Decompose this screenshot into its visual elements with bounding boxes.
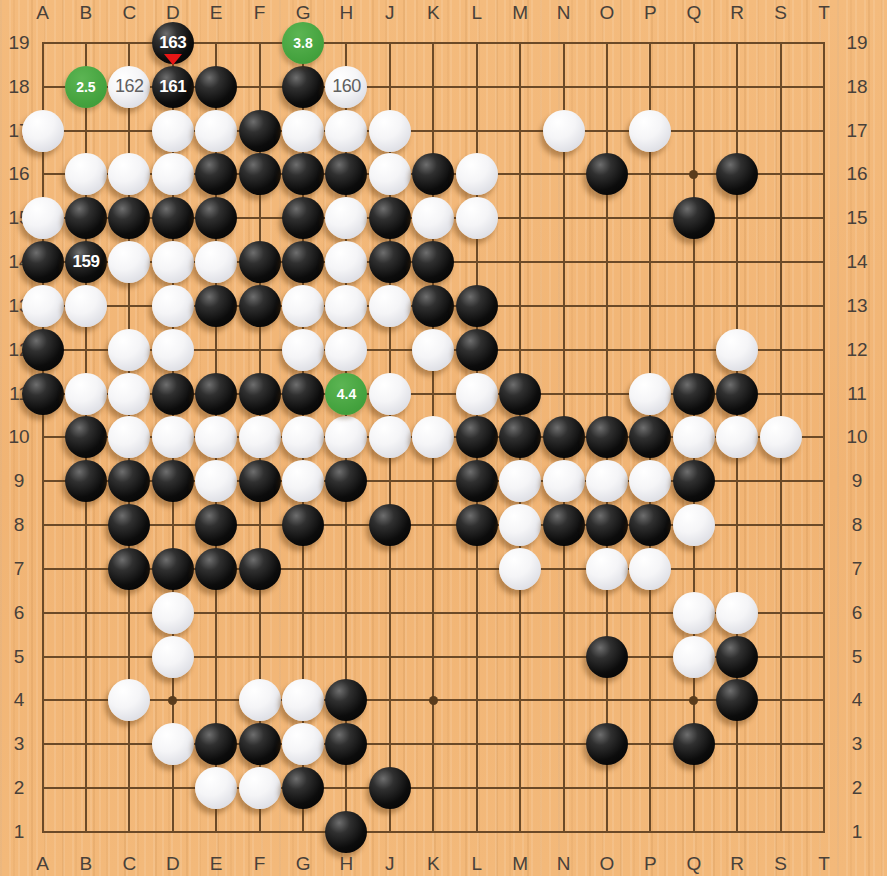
white-stone[interactable]	[108, 416, 150, 458]
col-label-top: F	[245, 1, 275, 25]
black-stone[interactable]	[195, 504, 237, 546]
white-stone[interactable]	[239, 416, 281, 458]
white-stone[interactable]	[586, 548, 628, 590]
col-label-bottom: A	[28, 852, 58, 876]
black-stone[interactable]	[152, 460, 194, 502]
white-stone[interactable]	[239, 767, 281, 809]
black-stone[interactable]	[499, 416, 541, 458]
black-stone[interactable]	[673, 373, 715, 415]
row-label-right: 18	[836, 75, 878, 99]
black-stone[interactable]	[152, 197, 194, 239]
row-label-right: 6	[836, 601, 878, 625]
black-stone[interactable]	[412, 241, 454, 283]
row-label-right: 4	[836, 688, 878, 712]
white-stone[interactable]	[629, 373, 671, 415]
black-stone[interactable]	[586, 504, 628, 546]
black-stone[interactable]	[282, 197, 324, 239]
col-label-bottom: M	[505, 852, 535, 876]
black-stone[interactable]	[456, 416, 498, 458]
white-stone[interactable]	[195, 241, 237, 283]
white-stone[interactable]	[152, 285, 194, 327]
white-stone[interactable]	[456, 153, 498, 195]
black-stone[interactable]	[629, 416, 671, 458]
white-stone[interactable]	[716, 416, 758, 458]
row-label-left: 4	[0, 688, 38, 712]
white-stone[interactable]	[673, 416, 715, 458]
row-label-right: 7	[836, 557, 878, 581]
col-label-top: S	[766, 1, 796, 25]
col-label-top: K	[418, 1, 448, 25]
col-label-bottom: P	[635, 852, 665, 876]
white-stone[interactable]	[456, 197, 498, 239]
row-label-right: 14	[836, 250, 878, 274]
col-label-bottom: H	[331, 852, 361, 876]
ai-suggestion-value: 4.4	[337, 386, 356, 402]
white-stone[interactable]	[673, 504, 715, 546]
col-label-bottom: O	[592, 852, 622, 876]
black-stone[interactable]	[22, 241, 64, 283]
black-stone[interactable]	[108, 548, 150, 590]
black-stone[interactable]	[239, 241, 281, 283]
row-label-left: 18	[0, 75, 38, 99]
row-label-left: 10	[0, 425, 38, 449]
white-stone[interactable]	[543, 460, 585, 502]
black-stone[interactable]	[239, 548, 281, 590]
white-stone[interactable]	[673, 592, 715, 634]
grid-line-horizontal	[42, 831, 826, 833]
star-point	[689, 170, 698, 179]
row-label-left: 5	[0, 645, 38, 669]
black-stone[interactable]	[195, 723, 237, 765]
move-number-label: 162	[115, 76, 144, 97]
white-stone[interactable]	[325, 285, 367, 327]
white-stone[interactable]	[65, 285, 107, 327]
black-stone[interactable]	[325, 460, 367, 502]
row-label-left: 7	[0, 557, 38, 581]
white-stone[interactable]	[325, 197, 367, 239]
white-stone[interactable]	[65, 153, 107, 195]
move-number-label: 159	[72, 252, 99, 272]
row-label-right: 2	[836, 776, 878, 800]
white-stone[interactable]	[282, 723, 324, 765]
col-label-bottom: S	[766, 852, 796, 876]
white-stone[interactable]	[282, 416, 324, 458]
row-label-right: 13	[836, 294, 878, 318]
grid-line-vertical	[823, 42, 825, 833]
col-label-top: O	[592, 1, 622, 25]
white-stone[interactable]	[456, 373, 498, 415]
black-stone[interactable]	[543, 416, 585, 458]
col-label-top: A	[28, 1, 58, 25]
black-stone[interactable]	[456, 329, 498, 371]
black-stone[interactable]	[369, 197, 411, 239]
col-label-bottom: Q	[679, 852, 709, 876]
white-stone[interactable]: 160	[325, 66, 367, 108]
white-stone[interactable]	[499, 548, 541, 590]
black-stone[interactable]: 161	[152, 66, 194, 108]
col-label-bottom: N	[549, 852, 579, 876]
white-stone[interactable]	[152, 592, 194, 634]
row-label-left: 2	[0, 776, 38, 800]
white-stone[interactable]	[282, 329, 324, 371]
black-stone[interactable]	[195, 285, 237, 327]
row-label-left: 16	[0, 162, 38, 186]
white-stone[interactable]	[325, 241, 367, 283]
col-label-top: T	[809, 1, 839, 25]
move-number-label: 160	[332, 76, 361, 97]
white-stone[interactable]	[412, 197, 454, 239]
white-stone[interactable]	[716, 592, 758, 634]
col-label-top: E	[201, 1, 231, 25]
grid-line-horizontal	[42, 787, 826, 789]
black-stone[interactable]	[22, 373, 64, 415]
white-stone[interactable]	[369, 153, 411, 195]
white-stone[interactable]	[22, 197, 64, 239]
last-move-marker-icon	[164, 54, 182, 65]
white-stone[interactable]	[195, 416, 237, 458]
white-stone[interactable]	[325, 110, 367, 152]
black-stone[interactable]	[239, 723, 281, 765]
black-stone[interactable]	[152, 373, 194, 415]
black-stone[interactable]	[325, 723, 367, 765]
black-stone[interactable]	[282, 66, 324, 108]
white-stone[interactable]	[152, 329, 194, 371]
black-stone[interactable]	[716, 636, 758, 678]
white-stone[interactable]	[716, 329, 758, 371]
white-stone[interactable]	[195, 110, 237, 152]
black-stone[interactable]	[195, 373, 237, 415]
white-stone[interactable]	[673, 636, 715, 678]
black-stone[interactable]	[108, 504, 150, 546]
move-number-label: 163	[159, 33, 186, 53]
col-label-top: M	[505, 1, 535, 25]
black-stone[interactable]	[325, 679, 367, 721]
black-stone[interactable]	[65, 197, 107, 239]
row-label-right: 3	[836, 732, 878, 756]
white-stone[interactable]	[282, 460, 324, 502]
white-stone[interactable]	[152, 416, 194, 458]
white-stone[interactable]	[108, 329, 150, 371]
row-label-right: 8	[836, 513, 878, 537]
black-stone[interactable]	[325, 811, 367, 853]
white-stone[interactable]	[499, 504, 541, 546]
black-stone[interactable]	[195, 66, 237, 108]
row-label-right: 1	[836, 820, 878, 844]
black-stone[interactable]	[673, 197, 715, 239]
row-label-right: 17	[836, 119, 878, 143]
white-stone[interactable]	[629, 460, 671, 502]
ai-suggestion-circle[interactable]: 2.5	[65, 66, 107, 108]
white-stone[interactable]	[586, 460, 628, 502]
ai-suggestion-value: 2.5	[76, 79, 95, 95]
row-label-right: 12	[836, 338, 878, 362]
white-stone[interactable]	[369, 110, 411, 152]
row-label-left: 6	[0, 601, 38, 625]
col-label-bottom: E	[201, 852, 231, 876]
ai-suggestion-circle[interactable]: 3.8	[282, 22, 324, 64]
row-label-left: 19	[0, 31, 38, 55]
white-stone[interactable]	[412, 416, 454, 458]
black-stone[interactable]	[456, 285, 498, 327]
col-label-top: P	[635, 1, 665, 25]
row-label-left: 8	[0, 513, 38, 537]
black-stone[interactable]	[369, 767, 411, 809]
col-label-top: N	[549, 1, 579, 25]
white-stone[interactable]	[282, 110, 324, 152]
white-stone[interactable]	[108, 373, 150, 415]
black-stone[interactable]	[456, 460, 498, 502]
black-stone[interactable]	[369, 504, 411, 546]
black-stone[interactable]	[239, 460, 281, 502]
white-stone[interactable]	[369, 373, 411, 415]
black-stone[interactable]	[586, 636, 628, 678]
black-stone[interactable]	[152, 548, 194, 590]
go-board[interactable]: AABBCCDDEEFFGGHHJJKKLLMMNNOOPPQQRRSSTT19…	[0, 0, 887, 876]
black-stone[interactable]	[412, 285, 454, 327]
white-stone[interactable]	[152, 110, 194, 152]
row-label-right: 10	[836, 425, 878, 449]
row-label-right: 9	[836, 469, 878, 493]
row-label-left: 1	[0, 820, 38, 844]
black-stone[interactable]	[282, 153, 324, 195]
col-label-bottom: R	[722, 852, 752, 876]
black-stone[interactable]	[65, 460, 107, 502]
black-stone[interactable]	[239, 153, 281, 195]
col-label-bottom: J	[375, 852, 405, 876]
white-stone[interactable]	[239, 679, 281, 721]
black-stone[interactable]	[586, 153, 628, 195]
black-stone[interactable]	[239, 373, 281, 415]
black-stone[interactable]	[239, 110, 281, 152]
black-stone[interactable]	[673, 460, 715, 502]
col-label-bottom: G	[288, 852, 318, 876]
white-stone[interactable]	[369, 285, 411, 327]
black-stone[interactable]	[282, 241, 324, 283]
row-label-left: 3	[0, 732, 38, 756]
black-stone[interactable]	[282, 504, 324, 546]
col-label-top: H	[331, 1, 361, 25]
col-label-bottom: F	[245, 852, 275, 876]
white-stone[interactable]	[195, 460, 237, 502]
black-stone[interactable]	[586, 416, 628, 458]
col-label-bottom: L	[462, 852, 492, 876]
white-stone[interactable]	[369, 416, 411, 458]
black-stone[interactable]	[412, 153, 454, 195]
white-stone[interactable]	[195, 767, 237, 809]
row-label-left: 9	[0, 469, 38, 493]
ai-suggestion-circle[interactable]: 4.4	[325, 373, 367, 415]
white-stone[interactable]	[152, 241, 194, 283]
col-label-top: J	[375, 1, 405, 25]
white-stone[interactable]	[22, 285, 64, 327]
row-label-right: 19	[836, 31, 878, 55]
black-stone[interactable]	[673, 723, 715, 765]
col-label-top: B	[71, 1, 101, 25]
col-label-bottom: D	[158, 852, 188, 876]
star-point	[689, 696, 698, 705]
black-stone[interactable]	[195, 153, 237, 195]
black-stone[interactable]: 159	[65, 241, 107, 283]
white-stone[interactable]	[65, 373, 107, 415]
black-stone[interactable]	[195, 548, 237, 590]
row-label-right: 15	[836, 206, 878, 230]
black-stone[interactable]	[499, 373, 541, 415]
col-label-top: R	[722, 1, 752, 25]
black-stone[interactable]	[108, 460, 150, 502]
black-stone[interactable]	[369, 241, 411, 283]
black-stone[interactable]	[325, 153, 367, 195]
ai-suggestion-value: 3.8	[293, 35, 312, 51]
row-label-right: 11	[836, 382, 878, 406]
white-stone[interactable]	[629, 110, 671, 152]
black-stone[interactable]	[239, 285, 281, 327]
white-stone[interactable]	[152, 153, 194, 195]
row-label-right: 16	[836, 162, 878, 186]
black-stone[interactable]	[65, 416, 107, 458]
white-stone[interactable]: 162	[108, 66, 150, 108]
black-stone[interactable]: 163	[152, 22, 194, 64]
white-stone[interactable]	[325, 329, 367, 371]
white-stone[interactable]	[282, 679, 324, 721]
col-label-bottom: K	[418, 852, 448, 876]
white-stone[interactable]	[499, 460, 541, 502]
black-stone[interactable]	[456, 504, 498, 546]
black-stone[interactable]	[282, 767, 324, 809]
white-stone[interactable]	[282, 285, 324, 327]
white-stone[interactable]	[108, 153, 150, 195]
black-stone[interactable]	[22, 329, 64, 371]
move-number-label: 161	[159, 77, 186, 97]
black-stone[interactable]	[629, 504, 671, 546]
star-point	[168, 696, 177, 705]
white-stone[interactable]	[152, 636, 194, 678]
black-stone[interactable]	[282, 373, 324, 415]
col-label-bottom: T	[809, 852, 839, 876]
black-stone[interactable]	[716, 153, 758, 195]
row-label-right: 5	[836, 645, 878, 669]
white-stone[interactable]	[543, 110, 585, 152]
white-stone[interactable]	[22, 110, 64, 152]
col-label-bottom: B	[71, 852, 101, 876]
col-label-top: Q	[679, 1, 709, 25]
white-stone[interactable]	[325, 416, 367, 458]
black-stone[interactable]	[108, 197, 150, 239]
black-stone[interactable]	[543, 504, 585, 546]
black-stone[interactable]	[716, 679, 758, 721]
white-stone[interactable]	[108, 679, 150, 721]
black-stone[interactable]	[195, 197, 237, 239]
white-stone[interactable]	[412, 329, 454, 371]
white-stone[interactable]	[760, 416, 802, 458]
white-stone[interactable]	[152, 723, 194, 765]
black-stone[interactable]	[586, 723, 628, 765]
black-stone[interactable]	[716, 373, 758, 415]
col-label-top: C	[114, 1, 144, 25]
col-label-top: L	[462, 1, 492, 25]
white-stone[interactable]	[108, 241, 150, 283]
star-point	[429, 696, 438, 705]
col-label-bottom: C	[114, 852, 144, 876]
white-stone[interactable]	[629, 548, 671, 590]
